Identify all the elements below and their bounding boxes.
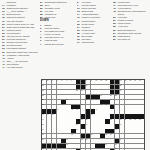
grid-cell[interactable]	[52, 129, 56, 133]
grid-cell[interactable]: 76	[105, 144, 109, 148]
grid-cell[interactable]: 72	[81, 139, 85, 143]
grid-cell[interactable]	[47, 119, 51, 123]
grid-cell[interactable]	[91, 85, 95, 89]
grid-cell[interactable]	[47, 100, 51, 104]
grid-cell[interactable]: 11	[100, 80, 104, 84]
grid-cell[interactable]	[52, 139, 56, 143]
grid-cell[interactable]	[120, 109, 124, 113]
grid-cell[interactable]	[125, 124, 129, 128]
grid-cell[interactable]: 73	[86, 139, 90, 143]
grid-cell[interactable]: 40	[115, 105, 119, 109]
grid-cell[interactable]	[57, 124, 61, 128]
grid-cell[interactable]	[134, 149, 138, 150]
grid-cell[interactable]	[71, 119, 75, 123]
grid-cell[interactable]	[139, 149, 143, 150]
grid-cell[interactable]	[86, 105, 90, 109]
grid-cell[interactable]	[61, 109, 65, 113]
cell-number: 4	[57, 80, 58, 82]
clue-text: Natural skin opening	[45, 43, 76, 46]
grid-cell[interactable]	[129, 134, 133, 138]
grid-cell[interactable]	[57, 114, 61, 118]
cell-number: 2	[47, 80, 48, 82]
black-square	[115, 114, 119, 118]
clue-text: The whole lot	[118, 38, 149, 41]
grid-cell[interactable]	[61, 124, 65, 128]
cell-number: 7	[71, 80, 72, 82]
cell-number: 27	[110, 95, 111, 97]
grid-cell[interactable]: 36	[61, 105, 65, 109]
grid-cell[interactable]	[139, 109, 143, 113]
cell-number: 6	[66, 80, 67, 82]
black-square	[100, 144, 104, 148]
clue-number: 47	[2, 66, 6, 69]
grid-cell[interactable]	[61, 134, 65, 138]
grid-cell[interactable]	[105, 85, 109, 89]
cell-number: 50	[81, 119, 82, 121]
grid-cell[interactable]: 26	[100, 95, 104, 99]
grid-cell[interactable]: 56	[134, 119, 138, 123]
grid-cell[interactable]	[139, 95, 143, 99]
grid-cell[interactable]	[57, 85, 61, 89]
grid-cell[interactable]	[134, 139, 138, 143]
grid-cell[interactable]	[47, 149, 51, 150]
grid-cell[interactable]	[47, 95, 51, 99]
grid-cell[interactable]	[91, 119, 95, 123]
grid-cell[interactable]: 22	[76, 90, 80, 94]
grid-cell[interactable]: 74	[120, 139, 124, 143]
black-square	[52, 144, 56, 148]
grid-cell[interactable]	[134, 95, 138, 99]
grid-cell[interactable]	[47, 90, 51, 94]
grid-cell[interactable]	[134, 134, 138, 138]
grid-cell[interactable]	[57, 119, 61, 123]
grid-cell[interactable]	[61, 95, 65, 99]
grid-cell[interactable]: 3	[52, 80, 56, 84]
grid-cell[interactable]	[52, 134, 56, 138]
cell-number: 47	[52, 114, 53, 116]
grid-cell[interactable]	[120, 100, 124, 104]
black-square	[110, 85, 114, 89]
grid-cell[interactable]	[71, 139, 75, 143]
grid-cell[interactable]: 12	[105, 80, 109, 84]
grid-cell[interactable]	[125, 85, 129, 89]
black-square	[76, 149, 80, 150]
grid-cell[interactable]	[76, 139, 80, 143]
clue-text: Crowd sound	[82, 41, 112, 44]
grid-cell[interactable]: 67	[91, 134, 95, 138]
grid-cell[interactable]	[129, 129, 133, 133]
grid-cell[interactable]: 28	[115, 95, 119, 99]
grid-cell[interactable]	[120, 129, 124, 133]
grid-cell[interactable]: 19	[86, 85, 90, 89]
cell-number: 61	[120, 124, 121, 126]
grid-cell[interactable]: 35	[42, 105, 46, 109]
grid-cell[interactable]	[134, 109, 138, 113]
cell-number: 70	[42, 139, 43, 141]
grid-cell[interactable]	[66, 114, 70, 118]
clue-column-across-left: beginning14Fragrance15Class reunion atte…	[2, 1, 38, 149]
grid-cell[interactable]	[125, 139, 129, 143]
cell-number: 30	[66, 99, 67, 101]
grid-cell[interactable]	[86, 129, 90, 133]
grid-cell[interactable]: 24	[120, 90, 124, 94]
cell-number: 57	[139, 119, 140, 121]
cell-number: 41	[57, 109, 58, 111]
grid-cell[interactable]	[71, 95, 75, 99]
grid-cell[interactable]	[71, 144, 75, 148]
grid-cell[interactable]: 66	[71, 134, 75, 138]
cell-number: 40	[115, 104, 116, 106]
grid-cell[interactable]	[91, 139, 95, 143]
grid-cell[interactable]	[115, 109, 119, 113]
cell-number: 76	[105, 144, 106, 146]
grid-cell[interactable]	[66, 124, 70, 128]
grid-cell[interactable]	[129, 85, 133, 89]
grid-cell[interactable]	[76, 100, 80, 104]
cell-number: 56	[134, 119, 135, 121]
grid-cell[interactable]	[52, 90, 56, 94]
grid-cell[interactable]: 4	[57, 80, 61, 84]
cell-number: 9	[91, 80, 92, 82]
cell-number: 20	[120, 85, 121, 87]
grid-cell[interactable]	[125, 95, 129, 99]
grid-cell[interactable]	[66, 85, 70, 89]
grid-cell[interactable]	[71, 100, 75, 104]
grid-cell[interactable]: 17	[139, 80, 143, 84]
black-square	[81, 80, 85, 84]
cell-number: 3	[52, 80, 53, 82]
grid-cell[interactable]: 69	[110, 134, 114, 138]
grid-cell[interactable]	[95, 129, 99, 133]
grid-cell[interactable]	[57, 90, 61, 94]
grid-cell[interactable]	[134, 100, 138, 104]
grid-cell[interactable]	[110, 109, 114, 113]
grid-cell[interactable]	[125, 144, 129, 148]
grid-cell[interactable]	[91, 105, 95, 109]
grid-cell[interactable]	[125, 109, 129, 113]
grid-cell[interactable]	[57, 139, 61, 143]
grid-cell[interactable]	[47, 139, 51, 143]
grid-cell[interactable]	[129, 105, 133, 109]
grid-cell[interactable]	[47, 124, 51, 128]
grid-cell[interactable]	[115, 119, 119, 123]
grid-cell[interactable]	[100, 119, 104, 123]
grid-cell[interactable]	[57, 134, 61, 138]
grid-cell[interactable]: 80	[115, 149, 119, 150]
grid-cell[interactable]	[125, 90, 129, 94]
grid-cell[interactable]	[66, 105, 70, 109]
grid-cell[interactable]	[61, 149, 65, 150]
grid-cell[interactable]: 33	[95, 100, 99, 104]
grid-cell[interactable]	[110, 124, 114, 128]
grid-cell[interactable]	[66, 119, 70, 123]
cell-number: 13	[120, 80, 121, 82]
black-square	[110, 105, 114, 109]
grid-cell[interactable]	[129, 100, 133, 104]
grid-cell[interactable]	[47, 129, 51, 133]
cell-number: 69	[110, 134, 111, 136]
grid-cell[interactable]	[95, 119, 99, 123]
cell-number: 52	[110, 119, 111, 121]
cell-number: 37	[81, 104, 82, 106]
grid-cell[interactable]: 2	[47, 80, 51, 84]
grid-cell[interactable]	[91, 144, 95, 148]
grid-cell[interactable]	[66, 90, 70, 94]
grid-cell[interactable]	[105, 90, 109, 94]
grid-cell[interactable]: 68	[105, 134, 109, 138]
grid-cell[interactable]	[86, 90, 90, 94]
grid-cell[interactable]	[125, 105, 129, 109]
cell-number: 65	[42, 134, 43, 136]
grid-cell[interactable]	[129, 144, 133, 148]
grid-cell[interactable]	[57, 149, 61, 150]
grid-cell[interactable]	[110, 144, 114, 148]
grid-cell[interactable]: 9	[91, 80, 95, 84]
grid-cell[interactable]	[76, 114, 80, 118]
grid-cell[interactable]	[129, 139, 133, 143]
grid-cell[interactable]	[100, 85, 104, 89]
cell-number: 33	[96, 99, 97, 101]
grid-cell[interactable]	[66, 109, 70, 113]
grid-cell[interactable]	[71, 90, 75, 94]
grid-cell[interactable]	[66, 129, 70, 133]
grid-cell[interactable]: 43	[76, 109, 80, 113]
grid-cell[interactable]: 34	[110, 100, 114, 104]
grid-cell[interactable]	[81, 129, 85, 133]
cell-number: 26	[100, 95, 101, 97]
grid-cell[interactable]	[120, 144, 124, 148]
grid-cell[interactable]	[57, 129, 61, 133]
grid-cell[interactable]	[100, 124, 104, 128]
grid-cell[interactable]	[134, 105, 138, 109]
clue-item: 47Holy table scores	[2, 66, 38, 69]
grid-cell[interactable]	[120, 105, 124, 109]
grid-cell[interactable]	[71, 114, 75, 118]
cell-number: 48	[91, 114, 92, 116]
black-square	[47, 144, 51, 148]
cell-number: 75	[66, 144, 67, 146]
grid-cell[interactable]: 6	[66, 80, 70, 84]
grid-cell[interactable]	[139, 144, 143, 148]
grid-cell[interactable]	[125, 149, 129, 150]
grid-cell[interactable]	[71, 124, 75, 128]
grid-cell[interactable]	[66, 149, 70, 150]
grid-cell[interactable]	[105, 124, 109, 128]
grid-cell[interactable]: 47	[52, 114, 56, 118]
grid-cell[interactable]: 60	[86, 124, 90, 128]
cell-number: 38	[100, 104, 101, 106]
grid-cell[interactable]: 61	[120, 124, 124, 128]
cell-number: 77	[115, 144, 116, 146]
cell-number: 31	[86, 99, 87, 101]
grid-cell[interactable]: 79	[81, 149, 85, 150]
grid-cell[interactable]: 78	[42, 149, 46, 150]
cell-number: 11	[100, 80, 101, 82]
grid-cell[interactable]	[61, 119, 65, 123]
grid-cell[interactable]: 30	[66, 100, 70, 104]
grid-cell[interactable]	[61, 129, 65, 133]
grid-cell[interactable]	[105, 95, 109, 99]
grid-cell[interactable]	[110, 139, 114, 143]
grid-cell[interactable]	[57, 100, 61, 104]
grid-cell[interactable]	[105, 114, 109, 118]
black-square	[61, 144, 65, 148]
grid-cell[interactable]	[95, 90, 99, 94]
grid-cell[interactable]	[139, 85, 143, 89]
black-square	[95, 144, 99, 148]
grid-cell[interactable]	[91, 90, 95, 94]
grid-cell[interactable]	[129, 95, 133, 99]
grid-cell[interactable]	[52, 119, 56, 123]
grid-cell[interactable]	[129, 124, 133, 128]
grid-cell[interactable]	[52, 100, 56, 104]
grid-cell[interactable]: 5	[61, 80, 65, 84]
grid-cell[interactable]	[71, 149, 75, 150]
grid-cell[interactable]	[129, 149, 133, 150]
grid-cell[interactable]	[139, 124, 143, 128]
grid-cell[interactable]	[139, 134, 143, 138]
clue-text: Holy table scores	[7, 66, 39, 69]
clue-number: 7	[40, 43, 44, 46]
grid-cell[interactable]	[100, 139, 104, 143]
grid-cell[interactable]	[125, 129, 129, 133]
grid-cell[interactable]	[95, 114, 99, 118]
grid-cell[interactable]	[57, 95, 61, 99]
grid-cell[interactable]	[134, 129, 138, 133]
grid-cell[interactable]: 39	[105, 105, 109, 109]
grid-cell[interactable]	[52, 124, 56, 128]
grid-cell[interactable]	[95, 85, 99, 89]
grid-cell[interactable]: 75	[66, 144, 70, 148]
grid-cell[interactable]	[76, 144, 80, 148]
grid-cell[interactable]	[115, 134, 119, 138]
grid-cell[interactable]	[95, 124, 99, 128]
cell-number: 43	[76, 109, 77, 111]
grid-cell[interactable]: 37	[81, 105, 85, 109]
grid-cell[interactable]: 38	[100, 105, 104, 109]
grid-cell[interactable]	[120, 95, 124, 99]
grid-cell[interactable]	[86, 144, 90, 148]
grid-cell[interactable]	[134, 85, 138, 89]
grid-cell[interactable]	[139, 90, 143, 94]
grid-cell[interactable]	[95, 139, 99, 143]
crossword-grid: 1234567891011121314151617181920212223242…	[41, 79, 145, 150]
grid-cell[interactable]	[100, 149, 104, 150]
grid-cell[interactable]	[52, 85, 56, 89]
grid-cell[interactable]: 41	[57, 109, 61, 113]
grid-cell[interactable]	[129, 109, 133, 113]
grid-cell[interactable]	[139, 100, 143, 104]
grid-cell[interactable]	[100, 109, 104, 113]
grid-cell[interactable]	[139, 139, 143, 143]
grid-cell[interactable]: 7	[71, 80, 75, 84]
clue-number: 59	[113, 38, 117, 41]
grid-cell[interactable]: 10	[95, 80, 99, 84]
cell-number: 39	[105, 104, 106, 106]
grid-cell[interactable]: 32	[91, 100, 95, 104]
grid-cell[interactable]	[105, 109, 109, 113]
grid-cell[interactable]	[95, 149, 99, 150]
grid-cell[interactable]	[47, 105, 51, 109]
grid-cell[interactable]: 55	[129, 119, 133, 123]
cell-number: 71	[66, 139, 67, 141]
grid-cell[interactable]	[52, 95, 56, 99]
grid-cell[interactable]	[91, 149, 95, 150]
clue-number: 59	[40, 16, 44, 19]
grid-cell[interactable]	[129, 90, 133, 94]
grid-cell[interactable]: 16	[134, 80, 138, 84]
grid-cell[interactable]	[76, 95, 80, 99]
grid-cell[interactable]	[47, 85, 51, 89]
grid-cell[interactable]: 42	[71, 109, 75, 113]
grid-cell[interactable]	[47, 134, 51, 138]
cell-number: 73	[86, 139, 87, 141]
grid-cell[interactable]	[125, 134, 129, 138]
grid-cell[interactable]	[100, 129, 104, 133]
cell-number: 68	[105, 134, 106, 136]
grid-cell[interactable]	[134, 90, 138, 94]
grid-cell[interactable]: 57	[139, 119, 143, 123]
grid-cell[interactable]	[52, 149, 56, 150]
grid-cell[interactable]	[139, 105, 143, 109]
grid-cell[interactable]	[125, 100, 129, 104]
cell-number: 51	[86, 119, 87, 121]
grid-cell[interactable]	[91, 124, 95, 128]
grid-cell[interactable]: 14	[125, 80, 129, 84]
grid-cell[interactable]	[105, 149, 109, 150]
cell-number: 10	[96, 80, 97, 82]
clue-column-across-tail-down: 54Southwestern tableland55Zone56Monaster…	[40, 1, 75, 77]
grid-cell[interactable]: 52	[110, 119, 114, 123]
grid-cell[interactable]	[134, 144, 138, 148]
cell-number: 34	[110, 99, 111, 101]
clue-text: Rodeo rope	[45, 16, 76, 19]
grid-cell[interactable]	[71, 85, 75, 89]
grid-cell[interactable]	[139, 129, 143, 133]
grid-cell[interactable]: 63	[76, 129, 80, 133]
black-square	[115, 85, 119, 89]
grid-cell[interactable]: 54	[125, 119, 129, 123]
grid-cell[interactable]	[95, 134, 99, 138]
grid-cell[interactable]	[61, 114, 65, 118]
grid-cell[interactable]	[61, 90, 65, 94]
grid-cell[interactable]: 15	[129, 80, 133, 84]
grid-cell[interactable]	[52, 105, 56, 109]
grid-cell[interactable]: 31	[86, 100, 90, 104]
grid-cell[interactable]: 70	[42, 139, 46, 143]
cell-number: 72	[81, 139, 82, 141]
grid-cell[interactable]	[76, 134, 80, 138]
grid-cell[interactable]	[81, 95, 85, 99]
grid-cell[interactable]	[120, 149, 124, 150]
grid-cell[interactable]	[134, 124, 138, 128]
grid-cell[interactable]: 23	[81, 90, 85, 94]
grid-cell[interactable]: 48	[91, 114, 95, 118]
cell-number: 22	[76, 90, 77, 92]
black-square	[86, 109, 90, 113]
cell-number: 80	[115, 148, 116, 150]
grid-cell[interactable]	[61, 85, 65, 89]
grid-cell[interactable]: 46	[47, 114, 51, 118]
cell-number: 74	[120, 139, 121, 141]
grid-cell[interactable]: 50	[81, 119, 85, 123]
grid-cell[interactable]: 44	[95, 109, 99, 113]
grid-cell[interactable]	[86, 149, 90, 150]
grid-cell[interactable]: 64	[115, 129, 119, 133]
grid-cell[interactable]	[81, 109, 85, 113]
cell-number: 36	[62, 104, 63, 106]
grid-cell[interactable]	[100, 114, 104, 118]
